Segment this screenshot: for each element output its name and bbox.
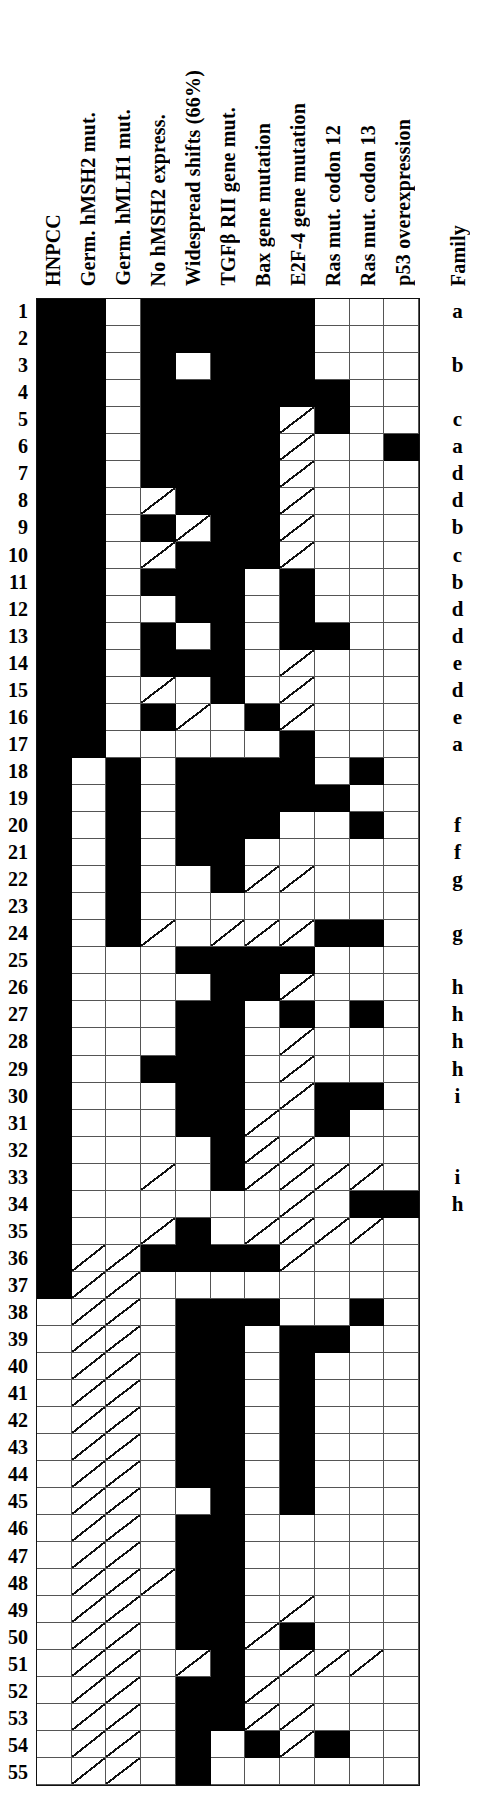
- cell-r43c9: [315, 1434, 350, 1461]
- cell-r17c9: [315, 731, 350, 758]
- cell-r4c3: [106, 380, 141, 407]
- cell-r25c7: [245, 947, 280, 974]
- cell-r23c3: [106, 893, 141, 920]
- cell-r52c5: [176, 1677, 211, 1704]
- cell-r17c11: [384, 731, 419, 758]
- row-number-17: 17: [0, 731, 32, 758]
- cell-r10c5: [176, 542, 211, 569]
- cell-r38c3: [106, 1299, 141, 1326]
- cell-r24c3: [106, 920, 141, 947]
- cell-r36c9: [315, 1245, 350, 1272]
- cell-r8c4: [141, 488, 176, 515]
- row-number-16: 16: [0, 704, 32, 731]
- cell-r3c4: [141, 353, 176, 380]
- family-letter-row-2: [436, 325, 479, 352]
- cell-r5c10: [350, 407, 385, 434]
- cell-r1c11: [384, 299, 419, 326]
- row-number-14: 14: [0, 650, 32, 677]
- cell-r45c10: [350, 1488, 385, 1515]
- cell-r32c9: [315, 1137, 350, 1164]
- column-header-label: p53 overexpression: [393, 119, 413, 286]
- cell-r7c2: [72, 461, 107, 488]
- cell-r18c9: [315, 758, 350, 785]
- row-number-21: 21: [0, 839, 32, 866]
- cell-r44c9: [315, 1461, 350, 1488]
- cell-r37c2: [72, 1272, 107, 1299]
- cell-r35c3: [106, 1218, 141, 1245]
- column-header-label: No hMSH2 express.: [148, 114, 168, 286]
- cell-r19c11: [384, 785, 419, 812]
- cell-r13c2: [72, 623, 107, 650]
- cell-r43c7: [245, 1434, 280, 1461]
- cell-r11c10: [350, 569, 385, 596]
- cell-r38c2: [72, 1299, 107, 1326]
- cell-r27c9: [315, 1001, 350, 1028]
- cell-r30c2: [72, 1083, 107, 1110]
- cell-r29c7: [245, 1056, 280, 1083]
- cell-r17c7: [245, 731, 280, 758]
- cell-r52c1: [37, 1677, 72, 1704]
- row-number-50: 50: [0, 1624, 32, 1651]
- cell-r27c11: [384, 1001, 419, 1028]
- column-header-9: Ras mut. codon 12: [315, 0, 350, 292]
- cell-r51c3: [106, 1650, 141, 1677]
- cell-r6c9: [315, 434, 350, 461]
- cell-r9c7: [245, 515, 280, 542]
- cell-r15c9: [315, 677, 350, 704]
- row-number-36: 36: [0, 1245, 32, 1272]
- cell-r9c4: [141, 515, 176, 542]
- cell-r21c3: [106, 839, 141, 866]
- cell-r36c4: [141, 1245, 176, 1272]
- cell-r50c8: [280, 1623, 315, 1650]
- family-letter-row-46: [436, 1515, 479, 1542]
- cell-r47c5: [176, 1542, 211, 1569]
- column-header-label: Widespread shifts (66%): [183, 70, 203, 286]
- cell-r36c5: [176, 1245, 211, 1272]
- cell-r46c1: [37, 1515, 72, 1542]
- column-header-11: p53 overexpression: [385, 0, 420, 292]
- cell-r9c10: [350, 515, 385, 542]
- cell-r19c6: [211, 785, 246, 812]
- cell-r55c10: [350, 1758, 385, 1785]
- cell-r6c1: [37, 434, 72, 461]
- cell-r25c5: [176, 947, 211, 974]
- cell-r11c7: [245, 569, 280, 596]
- cell-r53c4: [141, 1704, 176, 1731]
- cell-r20c6: [211, 812, 246, 839]
- cell-r14c9: [315, 650, 350, 677]
- cell-r7c10: [350, 461, 385, 488]
- cell-r33c3: [106, 1164, 141, 1191]
- cell-r14c3: [106, 650, 141, 677]
- cell-r14c4: [141, 650, 176, 677]
- cell-r21c7: [245, 839, 280, 866]
- family-letter-row-23: [436, 893, 479, 920]
- cell-r13c8: [280, 623, 315, 650]
- cell-r20c3: [106, 812, 141, 839]
- cell-r1c4: [141, 299, 176, 326]
- cell-r48c11: [384, 1569, 419, 1596]
- cell-r36c11: [384, 1245, 419, 1272]
- cell-r41c6: [211, 1380, 246, 1407]
- cell-r35c7: [245, 1218, 280, 1245]
- cell-r39c11: [384, 1326, 419, 1353]
- cell-r29c4: [141, 1056, 176, 1083]
- cell-r14c10: [350, 650, 385, 677]
- cell-r42c11: [384, 1407, 419, 1434]
- cell-r15c5: [176, 677, 211, 704]
- cell-r41c3: [106, 1380, 141, 1407]
- cell-r35c9: [315, 1218, 350, 1245]
- cell-r16c5: [176, 704, 211, 731]
- cell-r19c5: [176, 785, 211, 812]
- cell-r49c7: [245, 1596, 280, 1623]
- cell-r51c4: [141, 1650, 176, 1677]
- family-letter-row-28: h: [436, 1028, 479, 1055]
- cell-r1c10: [350, 299, 385, 326]
- cell-r12c8: [280, 596, 315, 623]
- cell-r9c11: [384, 515, 419, 542]
- cell-r48c9: [315, 1569, 350, 1596]
- family-letter-row-42: [436, 1407, 479, 1434]
- cell-r19c1: [37, 785, 72, 812]
- family-letter-row-20: f: [436, 812, 479, 839]
- row-number-38: 38: [0, 1299, 32, 1326]
- cell-r26c10: [350, 974, 385, 1001]
- column-header-4: No hMSH2 express.: [141, 0, 176, 292]
- cell-r40c3: [106, 1353, 141, 1380]
- cell-r55c8: [280, 1758, 315, 1785]
- cell-r50c7: [245, 1623, 280, 1650]
- cell-r54c8: [280, 1731, 315, 1758]
- cell-r14c7: [245, 650, 280, 677]
- row-number-46: 46: [0, 1515, 32, 1542]
- cell-r30c4: [141, 1083, 176, 1110]
- cell-r55c5: [176, 1758, 211, 1785]
- cell-r43c10: [350, 1434, 385, 1461]
- cell-r20c1: [37, 812, 72, 839]
- cell-r34c1: [37, 1191, 72, 1218]
- cell-r36c3: [106, 1245, 141, 1272]
- cell-r52c3: [106, 1677, 141, 1704]
- cell-r30c10: [350, 1083, 385, 1110]
- cell-r21c4: [141, 839, 176, 866]
- cell-r16c10: [350, 704, 385, 731]
- cell-r4c9: [315, 380, 350, 407]
- cell-r54c4: [141, 1731, 176, 1758]
- cell-r18c3: [106, 758, 141, 785]
- row-number-37: 37: [0, 1272, 32, 1299]
- family-letter-row-5: c: [436, 406, 479, 433]
- cell-r36c2: [72, 1245, 107, 1272]
- cell-r7c3: [106, 461, 141, 488]
- cell-r37c8: [280, 1272, 315, 1299]
- cell-r48c8: [280, 1569, 315, 1596]
- family-letter-row-26: h: [436, 974, 479, 1001]
- cell-r44c5: [176, 1461, 211, 1488]
- cell-r39c4: [141, 1326, 176, 1353]
- cell-r25c11: [384, 947, 419, 974]
- family-letter-row-13: d: [436, 623, 479, 650]
- family-letter-row-8: d: [436, 487, 479, 514]
- column-header-7: Bax gene mutation: [245, 0, 280, 292]
- cell-r49c2: [72, 1596, 107, 1623]
- cell-r40c7: [245, 1353, 280, 1380]
- cell-r24c1: [37, 920, 72, 947]
- cell-r26c4: [141, 974, 176, 1001]
- cell-r50c4: [141, 1623, 176, 1650]
- cell-r4c6: [211, 380, 246, 407]
- family-letter-row-10: c: [436, 541, 479, 568]
- cell-r26c1: [37, 974, 72, 1001]
- cell-r34c6: [211, 1191, 246, 1218]
- cell-r42c9: [315, 1407, 350, 1434]
- cell-r54c11: [384, 1731, 419, 1758]
- family-letter-row-41: [436, 1380, 479, 1407]
- cell-r54c1: [37, 1731, 72, 1758]
- cell-r35c1: [37, 1218, 72, 1245]
- cell-r16c1: [37, 704, 72, 731]
- cell-r41c11: [384, 1380, 419, 1407]
- cell-r53c1: [37, 1704, 72, 1731]
- cell-r9c2: [72, 515, 107, 542]
- cell-r51c9: [315, 1650, 350, 1677]
- cell-r2c5: [176, 326, 211, 353]
- cell-r28c2: [72, 1028, 107, 1055]
- cell-r38c6: [211, 1299, 246, 1326]
- cell-r24c9: [315, 920, 350, 947]
- family-letter-row-4: [436, 379, 479, 406]
- column-header-label: HNPCC: [43, 214, 63, 286]
- cell-r37c1: [37, 1272, 72, 1299]
- cell-r3c5: [176, 353, 211, 380]
- cell-r53c9: [315, 1704, 350, 1731]
- cell-r18c1: [37, 758, 72, 785]
- family-letter-row-32: [436, 1137, 479, 1164]
- cell-r17c3: [106, 731, 141, 758]
- cell-r21c10: [350, 839, 385, 866]
- column-header-5: Widespread shifts (66%): [176, 0, 211, 292]
- cell-r13c5: [176, 623, 211, 650]
- row-number-10: 10: [0, 541, 32, 568]
- cell-r32c7: [245, 1137, 280, 1164]
- cell-r7c7: [245, 461, 280, 488]
- cell-r44c11: [384, 1461, 419, 1488]
- cell-r23c4: [141, 893, 176, 920]
- family-letter-row-30: i: [436, 1083, 479, 1110]
- cell-r20c2: [72, 812, 107, 839]
- family-letter-row-31: [436, 1110, 479, 1137]
- cell-r54c2: [72, 1731, 107, 1758]
- cell-r7c5: [176, 461, 211, 488]
- cell-r36c7: [245, 1245, 280, 1272]
- cell-r11c4: [141, 569, 176, 596]
- cell-r12c10: [350, 596, 385, 623]
- cell-r39c1: [37, 1326, 72, 1353]
- cell-r17c2: [72, 731, 107, 758]
- cell-r16c11: [384, 704, 419, 731]
- cell-r29c8: [280, 1056, 315, 1083]
- cell-r23c11: [384, 893, 419, 920]
- cell-r34c9: [315, 1191, 350, 1218]
- cell-r13c4: [141, 623, 176, 650]
- column-header-1: HNPCC: [36, 0, 71, 292]
- cell-r15c1: [37, 677, 72, 704]
- cell-r27c5: [176, 1001, 211, 1028]
- cell-r48c1: [37, 1569, 72, 1596]
- cell-r22c1: [37, 866, 72, 893]
- cell-r6c3: [106, 434, 141, 461]
- cell-r17c1: [37, 731, 72, 758]
- cell-r37c10: [350, 1272, 385, 1299]
- cell-r43c3: [106, 1434, 141, 1461]
- row-number-6: 6: [0, 433, 32, 460]
- cell-r52c7: [245, 1677, 280, 1704]
- cell-r33c1: [37, 1164, 72, 1191]
- cell-r45c9: [315, 1488, 350, 1515]
- cell-r40c10: [350, 1353, 385, 1380]
- family-letter-row-18: [436, 758, 479, 785]
- cell-r43c4: [141, 1434, 176, 1461]
- cell-r50c3: [106, 1623, 141, 1650]
- cell-r10c4: [141, 542, 176, 569]
- family-letter-row-19: [436, 785, 479, 812]
- cell-r38c7: [245, 1299, 280, 1326]
- cell-r46c8: [280, 1515, 315, 1542]
- family-letter-row-54: [436, 1732, 479, 1759]
- cell-r23c9: [315, 893, 350, 920]
- cell-r40c5: [176, 1353, 211, 1380]
- cell-r11c9: [315, 569, 350, 596]
- cell-r40c2: [72, 1353, 107, 1380]
- cell-r33c4: [141, 1164, 176, 1191]
- cell-r39c6: [211, 1326, 246, 1353]
- cell-r38c4: [141, 1299, 176, 1326]
- cell-r26c11: [384, 974, 419, 1001]
- cell-r20c5: [176, 812, 211, 839]
- cell-r25c8: [280, 947, 315, 974]
- cell-r33c10: [350, 1164, 385, 1191]
- cell-r55c2: [72, 1758, 107, 1785]
- cell-r14c5: [176, 650, 211, 677]
- family-letter-row-55: [436, 1759, 479, 1786]
- cell-r42c5: [176, 1407, 211, 1434]
- column-header-label: Bax gene mutation: [253, 123, 273, 286]
- cell-r19c2: [72, 785, 107, 812]
- row-number-32: 32: [0, 1137, 32, 1164]
- row-number-5: 5: [0, 406, 32, 433]
- cell-r23c10: [350, 893, 385, 920]
- cell-r24c2: [72, 920, 107, 947]
- row-number-3: 3: [0, 352, 32, 379]
- cell-r44c1: [37, 1461, 72, 1488]
- cell-r20c10: [350, 812, 385, 839]
- cell-r51c2: [72, 1650, 107, 1677]
- cell-r5c3: [106, 407, 141, 434]
- cell-r31c3: [106, 1110, 141, 1137]
- family-letter-row-47: [436, 1543, 479, 1570]
- cell-r10c11: [384, 542, 419, 569]
- cell-r29c6: [211, 1056, 246, 1083]
- cell-r29c2: [72, 1056, 107, 1083]
- cell-r22c8: [280, 866, 315, 893]
- cell-r20c7: [245, 812, 280, 839]
- cell-r6c4: [141, 434, 176, 461]
- column-header-2: Germ. hMSH2 mut.: [71, 0, 106, 292]
- cell-r39c9: [315, 1326, 350, 1353]
- cell-r31c9: [315, 1110, 350, 1137]
- cell-r35c6: [211, 1218, 246, 1245]
- cell-r50c1: [37, 1623, 72, 1650]
- cell-r34c4: [141, 1191, 176, 1218]
- column-header-label: Ras mut. codon 13: [358, 125, 378, 286]
- row-number-53: 53: [0, 1705, 32, 1732]
- cell-r45c5: [176, 1488, 211, 1515]
- cell-r47c4: [141, 1542, 176, 1569]
- cell-r55c3: [106, 1758, 141, 1785]
- cell-r44c3: [106, 1461, 141, 1488]
- row-number-27: 27: [0, 1001, 32, 1028]
- cell-r13c11: [384, 623, 419, 650]
- cell-r13c3: [106, 623, 141, 650]
- family-letter-row-21: f: [436, 839, 479, 866]
- cell-r30c1: [37, 1083, 72, 1110]
- cell-r42c8: [280, 1407, 315, 1434]
- cell-r3c8: [280, 353, 315, 380]
- cell-r7c8: [280, 461, 315, 488]
- cell-r2c8: [280, 326, 315, 353]
- cell-r35c10: [350, 1218, 385, 1245]
- cell-r18c4: [141, 758, 176, 785]
- cell-r41c5: [176, 1380, 211, 1407]
- cell-r11c1: [37, 569, 72, 596]
- cell-r49c5: [176, 1596, 211, 1623]
- cell-r20c11: [384, 812, 419, 839]
- cell-r53c6: [211, 1704, 246, 1731]
- cell-r20c8: [280, 812, 315, 839]
- cell-r7c9: [315, 461, 350, 488]
- cell-r10c2: [72, 542, 107, 569]
- cell-r27c3: [106, 1001, 141, 1028]
- cell-r9c6: [211, 515, 246, 542]
- cell-r26c9: [315, 974, 350, 1001]
- cell-r31c2: [72, 1110, 107, 1137]
- cell-r32c4: [141, 1137, 176, 1164]
- cell-r13c7: [245, 623, 280, 650]
- cell-r28c11: [384, 1028, 419, 1055]
- cell-r39c7: [245, 1326, 280, 1353]
- cell-r19c9: [315, 785, 350, 812]
- cell-r4c8: [280, 380, 315, 407]
- cell-r16c9: [315, 704, 350, 731]
- cell-r25c6: [211, 947, 246, 974]
- cell-r18c7: [245, 758, 280, 785]
- cell-r32c11: [384, 1137, 419, 1164]
- column-header-label: E2F-4 gene mutation: [288, 103, 308, 286]
- cell-r53c3: [106, 1704, 141, 1731]
- cell-r45c2: [72, 1488, 107, 1515]
- cell-r32c6: [211, 1137, 246, 1164]
- cell-r51c8: [280, 1650, 315, 1677]
- cell-r22c5: [176, 866, 211, 893]
- family-letter-row-48: [436, 1570, 479, 1597]
- cell-r16c6: [211, 704, 246, 731]
- cell-r46c6: [211, 1515, 246, 1542]
- cell-r12c11: [384, 596, 419, 623]
- cell-r30c7: [245, 1083, 280, 1110]
- cell-r50c11: [384, 1623, 419, 1650]
